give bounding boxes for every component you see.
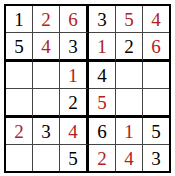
cell-r5c6[interactable]: 5 bbox=[143, 118, 169, 145]
cell-r2c3[interactable]: 3 bbox=[60, 33, 89, 62]
cell-r5c3[interactable]: 4 bbox=[60, 118, 89, 145]
cell-r2c4[interactable]: 1 bbox=[89, 33, 116, 62]
cell-r6c2[interactable] bbox=[33, 145, 60, 171]
cell-r3c4[interactable]: 4 bbox=[89, 62, 116, 89]
cell-r2c1[interactable]: 5 bbox=[6, 33, 33, 62]
cell-r1c6[interactable]: 4 bbox=[143, 6, 169, 33]
cell-r1c5[interactable]: 5 bbox=[116, 6, 143, 33]
cell-r3c6[interactable] bbox=[143, 62, 169, 89]
cell-r4c1[interactable] bbox=[6, 89, 33, 118]
cell-r6c1[interactable] bbox=[6, 145, 33, 171]
cell-r4c5[interactable] bbox=[116, 89, 143, 118]
cell-r5c2[interactable]: 3 bbox=[33, 118, 60, 145]
cell-r2c6[interactable]: 6 bbox=[143, 33, 169, 62]
cell-r2c5[interactable]: 2 bbox=[116, 33, 143, 62]
cell-r5c4[interactable]: 6 bbox=[89, 118, 116, 145]
page-background: 12635454312614252346155243 bbox=[0, 0, 175, 173]
cell-r2c2[interactable]: 4 bbox=[33, 33, 60, 62]
cell-r6c3[interactable]: 5 bbox=[60, 145, 89, 171]
cell-r5c1[interactable]: 2 bbox=[6, 118, 33, 145]
cell-r4c6[interactable] bbox=[143, 89, 169, 118]
cell-r5c5[interactable]: 1 bbox=[116, 118, 143, 145]
cell-r1c4[interactable]: 3 bbox=[89, 6, 116, 33]
cell-r4c3[interactable]: 2 bbox=[60, 89, 89, 118]
cell-r3c2[interactable] bbox=[33, 62, 60, 89]
cell-r1c1[interactable]: 1 bbox=[6, 6, 33, 33]
sudoku-board: 12635454312614252346155243 bbox=[4, 4, 171, 173]
cell-r6c6[interactable]: 3 bbox=[143, 145, 169, 171]
cell-r6c5[interactable]: 4 bbox=[116, 145, 143, 171]
cell-r1c3[interactable]: 6 bbox=[60, 6, 89, 33]
cell-r3c1[interactable] bbox=[6, 62, 33, 89]
cell-r6c4[interactable]: 2 bbox=[89, 145, 116, 171]
cell-r4c4[interactable]: 5 bbox=[89, 89, 116, 118]
cell-r4c2[interactable] bbox=[33, 89, 60, 118]
cell-r1c2[interactable]: 2 bbox=[33, 6, 60, 33]
cell-r3c5[interactable] bbox=[116, 62, 143, 89]
cell-r3c3[interactable]: 1 bbox=[60, 62, 89, 89]
